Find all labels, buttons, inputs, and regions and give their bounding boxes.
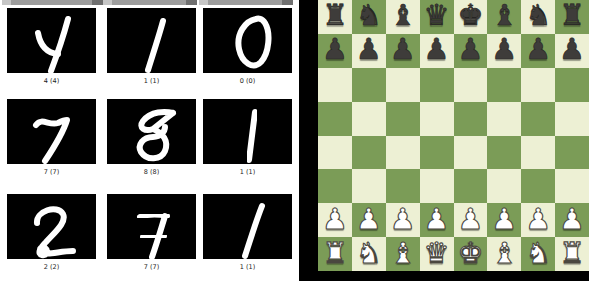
square-h3[interactable] [555,169,589,203]
piece-black-knight[interactable]: ♞ [525,1,551,30]
digit-image-1 [203,99,292,164]
piece-white-pawn[interactable]: ♟ [322,205,348,234]
square-f2[interactable]: ♟ [487,203,521,237]
digit-image-7 [107,194,196,259]
square-b7[interactable]: ♟ [352,34,386,68]
square-h6[interactable] [555,68,589,102]
piece-white-pawn[interactable]: ♟ [390,205,416,234]
piece-white-rook[interactable]: ♜ [322,239,348,268]
digit-image-8 [107,99,196,164]
piece-white-pawn[interactable]: ♟ [457,205,483,234]
piece-white-knight[interactable]: ♞ [525,239,551,268]
square-c2[interactable]: ♟ [386,203,420,237]
square-g7[interactable]: ♟ [521,34,555,68]
square-e5[interactable] [454,102,488,136]
digit-label: 7 (7) [7,168,96,177]
piece-white-rook[interactable]: ♜ [559,239,585,268]
piece-white-pawn[interactable]: ♟ [491,205,517,234]
square-d8[interactable]: ♛ [420,0,454,34]
digit-label: 1 (1) [107,77,196,86]
square-e4[interactable] [454,136,488,170]
piece-white-king[interactable]: ♚ [457,239,483,268]
piece-black-pawn[interactable]: ♟ [559,35,585,64]
square-g8[interactable]: ♞ [521,0,555,34]
handwritten-digit-glyph [7,8,96,73]
square-f3[interactable] [487,169,521,203]
square-c8[interactable]: ♝ [386,0,420,34]
square-h7[interactable]: ♟ [555,34,589,68]
square-b4[interactable] [352,136,386,170]
square-f6[interactable] [487,68,521,102]
strip-light-segment [199,0,208,5]
digit-label: 7 (7) [107,263,196,272]
handwritten-digit-glyph [107,194,196,259]
square-e2[interactable]: ♟ [454,203,488,237]
strip-light-segment [2,0,11,5]
digit-image-0 [203,8,292,73]
digit-label: 0 (0) [203,77,292,86]
strip-dark-segment [92,0,103,5]
square-d6[interactable] [420,68,454,102]
square-f4[interactable] [487,136,521,170]
piece-black-bishop[interactable]: ♝ [390,1,416,30]
square-a3[interactable] [318,169,352,203]
mnist-figure-panel: 4 (4)1 (1)0 (0)7 (7)8 (8)1 (1)2 (2)7 (7)… [0,0,299,281]
strip-dark-segment [186,0,197,5]
digit-image-7 [7,99,96,164]
piece-black-pawn[interactable]: ♟ [356,35,382,64]
handwritten-digit-glyph [203,8,292,73]
digit-label: 8 (8) [107,168,196,177]
piece-white-bishop[interactable]: ♝ [390,239,416,268]
square-b2[interactable]: ♟ [352,203,386,237]
digit-label: 1 (1) [203,168,292,177]
square-d1[interactable]: ♛ [420,237,454,271]
square-f5[interactable] [487,102,521,136]
square-d2[interactable]: ♟ [420,203,454,237]
piece-black-knight[interactable]: ♞ [356,1,382,30]
digit-label: 4 (4) [7,77,96,86]
square-d5[interactable] [420,102,454,136]
square-g5[interactable] [521,102,555,136]
piece-black-pawn[interactable]: ♟ [491,35,517,64]
square-h1[interactable]: ♜ [555,237,589,271]
handwritten-digit-glyph [107,8,196,73]
square-g3[interactable] [521,169,555,203]
square-f1[interactable]: ♝ [487,237,521,271]
digit-image-2 [7,194,96,259]
square-a4[interactable] [318,136,352,170]
square-a2[interactable]: ♟ [318,203,352,237]
square-c5[interactable] [386,102,420,136]
square-h4[interactable] [555,136,589,170]
piece-white-queen[interactable]: ♛ [424,239,450,268]
square-h5[interactable] [555,102,589,136]
square-a7[interactable]: ♟ [318,34,352,68]
square-b8[interactable]: ♞ [352,0,386,34]
cropped-figure-strip [2,0,103,5]
handwritten-digit-glyph [7,99,96,164]
square-c4[interactable] [386,136,420,170]
square-f8[interactable]: ♝ [487,0,521,34]
strip-light-segment [103,0,112,5]
piece-white-pawn[interactable]: ♟ [356,205,382,234]
square-a6[interactable] [318,68,352,102]
square-e8[interactable]: ♚ [454,0,488,34]
square-h8[interactable]: ♜ [555,0,589,34]
handwritten-digit-glyph [7,194,96,259]
digit-label: 1 (1) [203,263,292,272]
square-b6[interactable] [352,68,386,102]
square-b3[interactable] [352,169,386,203]
square-f7[interactable]: ♟ [487,34,521,68]
square-e1[interactable]: ♚ [454,237,488,271]
cropped-figure-strip [199,0,293,5]
piece-black-rook[interactable]: ♜ [559,1,585,30]
piece-white-bishop[interactable]: ♝ [491,239,517,268]
square-h2[interactable]: ♟ [555,203,589,237]
square-g6[interactable] [521,68,555,102]
square-a5[interactable] [318,102,352,136]
strip-dark-segment [282,0,293,5]
square-g1[interactable]: ♞ [521,237,555,271]
chess-board: ♜♞♝♛♚♝♞♜♟♟♟♟♟♟♟♟♟♟♟♟♟♟♟♟♜♞♝♛♚♝♞♜ [318,0,589,271]
piece-black-pawn[interactable]: ♟ [457,35,483,64]
digit-image-4 [7,8,96,73]
piece-white-pawn[interactable]: ♟ [424,205,450,234]
screenshot-stage: 4 (4)1 (1)0 (0)7 (7)8 (8)1 (1)2 (2)7 (7)… [0,0,589,281]
piece-black-king[interactable]: ♚ [457,1,483,30]
chess-panel: ♜♞♝♛♚♝♞♜♟♟♟♟♟♟♟♟♟♟♟♟♟♟♟♟♜♞♝♛♚♝♞♜ [299,0,589,281]
handwritten-digit-glyph [203,99,292,164]
square-d3[interactable] [420,169,454,203]
square-g2[interactable]: ♟ [521,203,555,237]
square-e6[interactable] [454,68,488,102]
square-b5[interactable] [352,102,386,136]
piece-black-rook[interactable]: ♜ [322,1,348,30]
digit-image-1 [203,194,292,259]
square-g4[interactable] [521,136,555,170]
square-e7[interactable]: ♟ [454,34,488,68]
cropped-figure-strip [103,0,197,5]
square-b1[interactable]: ♞ [352,237,386,271]
piece-black-queen[interactable]: ♛ [424,1,450,30]
piece-black-pawn[interactable]: ♟ [424,35,450,64]
square-c1[interactable]: ♝ [386,237,420,271]
digit-label: 2 (2) [7,263,96,272]
square-c6[interactable] [386,68,420,102]
handwritten-digit-glyph [203,194,292,259]
piece-white-pawn[interactable]: ♟ [525,205,551,234]
square-a8[interactable]: ♜ [318,0,352,34]
piece-white-knight[interactable]: ♞ [356,239,382,268]
square-d7[interactable]: ♟ [420,34,454,68]
square-c3[interactable] [386,169,420,203]
square-c7[interactable]: ♟ [386,34,420,68]
piece-black-pawn[interactable]: ♟ [525,35,551,64]
handwritten-digit-glyph [107,99,196,164]
square-e3[interactable] [454,169,488,203]
piece-black-bishop[interactable]: ♝ [491,1,517,30]
piece-black-pawn[interactable]: ♟ [390,35,416,64]
digit-image-1 [107,8,196,73]
piece-white-pawn[interactable]: ♟ [559,205,585,234]
piece-black-pawn[interactable]: ♟ [322,35,348,64]
square-d4[interactable] [420,136,454,170]
square-a1[interactable]: ♜ [318,237,352,271]
